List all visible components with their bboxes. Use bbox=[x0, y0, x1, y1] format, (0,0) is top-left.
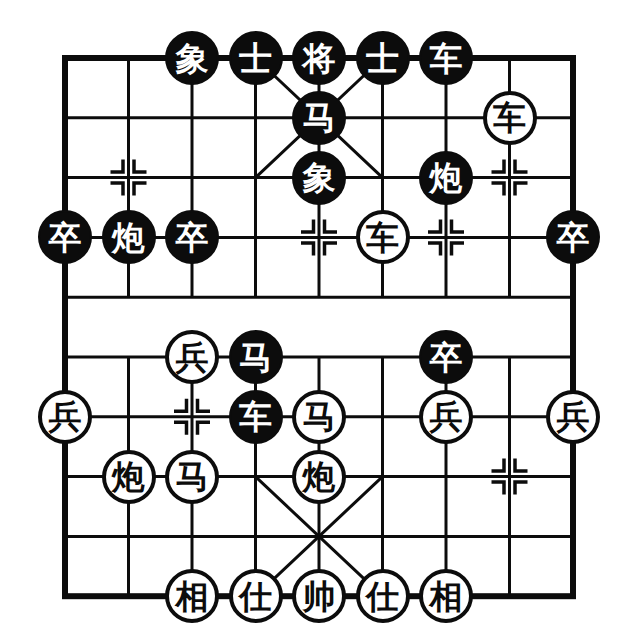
black-horse[interactable]: 马 bbox=[292, 91, 346, 145]
piece-glyph: 象 bbox=[303, 161, 336, 194]
black-elephant[interactable]: 象 bbox=[165, 31, 219, 85]
white-elephant[interactable]: 相 bbox=[419, 569, 473, 623]
piece-glyph: 马 bbox=[303, 101, 336, 134]
black-soldier[interactable]: 卒 bbox=[38, 210, 92, 264]
white-chariot[interactable]: 车 bbox=[356, 210, 410, 264]
white-soldier[interactable]: 兵 bbox=[546, 390, 600, 444]
black-cannon[interactable]: 炮 bbox=[102, 210, 156, 264]
piece-glyph: 车 bbox=[366, 221, 399, 254]
white-soldier[interactable]: 兵 bbox=[419, 390, 473, 444]
black-advisor[interactable]: 士 bbox=[229, 31, 283, 85]
black-advisor[interactable]: 士 bbox=[356, 31, 410, 85]
piece-glyph: 相 bbox=[430, 580, 463, 613]
black-general[interactable]: 将 bbox=[292, 31, 346, 85]
piece-glyph: 象 bbox=[176, 42, 209, 75]
piece-glyph: 兵 bbox=[430, 400, 463, 433]
piece-glyph: 士 bbox=[366, 42, 399, 75]
white-elephant[interactable]: 相 bbox=[165, 569, 219, 623]
piece-glyph: 马 bbox=[303, 400, 336, 433]
white-soldier[interactable]: 兵 bbox=[165, 330, 219, 384]
black-chariot[interactable]: 车 bbox=[229, 390, 283, 444]
white-horse[interactable]: 马 bbox=[165, 450, 219, 504]
white-advisor[interactable]: 仕 bbox=[356, 569, 410, 623]
piece-glyph: 士 bbox=[239, 42, 272, 75]
piece-glyph: 炮 bbox=[430, 161, 463, 194]
piece-glyph: 兵 bbox=[176, 341, 209, 374]
black-soldier[interactable]: 卒 bbox=[546, 210, 600, 264]
piece-glyph: 炮 bbox=[112, 460, 145, 493]
piece-glyph: 车 bbox=[493, 101, 526, 134]
pieces-layer: 象士将士车马车象炮卒炮卒车卒兵马卒兵车马兵兵炮马炮相仕帅仕相 bbox=[0, 0, 640, 640]
white-advisor[interactable]: 仕 bbox=[229, 569, 283, 623]
piece-glyph: 炮 bbox=[303, 460, 336, 493]
piece-glyph: 卒 bbox=[557, 221, 590, 254]
piece-glyph: 马 bbox=[176, 460, 209, 493]
piece-glyph: 帅 bbox=[303, 580, 336, 613]
white-chariot[interactable]: 车 bbox=[483, 91, 537, 145]
piece-glyph: 卒 bbox=[430, 341, 463, 374]
white-cannon[interactable]: 炮 bbox=[292, 450, 346, 504]
black-soldier[interactable]: 卒 bbox=[419, 330, 473, 384]
piece-glyph: 车 bbox=[430, 42, 463, 75]
white-horse[interactable]: 马 bbox=[292, 390, 346, 444]
black-chariot[interactable]: 车 bbox=[419, 31, 473, 85]
piece-glyph: 卒 bbox=[49, 221, 82, 254]
piece-glyph: 卒 bbox=[176, 221, 209, 254]
piece-glyph: 相 bbox=[176, 580, 209, 613]
piece-glyph: 仕 bbox=[366, 580, 399, 613]
xiangqi-diagram: 象士将士车马车象炮卒炮卒车卒兵马卒兵车马兵兵炮马炮相仕帅仕相 bbox=[0, 0, 640, 640]
black-elephant[interactable]: 象 bbox=[292, 151, 346, 205]
black-cannon[interactable]: 炮 bbox=[419, 151, 473, 205]
piece-glyph: 将 bbox=[303, 42, 336, 75]
piece-glyph: 炮 bbox=[112, 221, 145, 254]
piece-glyph: 兵 bbox=[557, 400, 590, 433]
white-general[interactable]: 帅 bbox=[292, 569, 346, 623]
piece-glyph: 车 bbox=[239, 400, 272, 433]
black-horse[interactable]: 马 bbox=[229, 330, 283, 384]
piece-glyph: 马 bbox=[239, 341, 272, 374]
piece-glyph: 仕 bbox=[239, 580, 272, 613]
black-soldier[interactable]: 卒 bbox=[165, 210, 219, 264]
piece-glyph: 兵 bbox=[49, 400, 82, 433]
white-soldier[interactable]: 兵 bbox=[38, 390, 92, 444]
white-cannon[interactable]: 炮 bbox=[102, 450, 156, 504]
